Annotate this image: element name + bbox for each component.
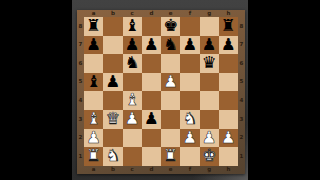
square-h4[interactable] xyxy=(219,91,238,110)
square-b2[interactable] xyxy=(103,129,122,148)
square-f6[interactable] xyxy=(180,54,199,73)
square-b6[interactable] xyxy=(103,54,122,73)
square-e2[interactable] xyxy=(161,129,180,148)
square-g4[interactable] xyxy=(200,91,219,110)
piece-white-king[interactable]: ♚ xyxy=(202,148,217,165)
piece-black-rook[interactable]: ♜ xyxy=(86,18,101,35)
piece-black-pawn[interactable]: ♟ xyxy=(86,36,101,53)
piece-white-queen[interactable]: ♛ xyxy=(105,111,120,128)
rank-label-right-8: 8 xyxy=(238,17,245,36)
rank-label-left-7: 7 xyxy=(77,36,84,55)
square-g7[interactable]: ♟ xyxy=(200,36,219,55)
square-b5[interactable]: ♟ xyxy=(103,73,122,92)
square-e1[interactable]: ♜ xyxy=(161,147,180,166)
piece-black-rook[interactable]: ♜ xyxy=(221,18,236,35)
board-frame-corner xyxy=(238,10,245,17)
square-d4[interactable] xyxy=(142,91,161,110)
square-d6[interactable] xyxy=(142,54,161,73)
file-label-bottom-d: d xyxy=(142,166,161,174)
square-f8[interactable] xyxy=(180,17,199,36)
square-f1[interactable] xyxy=(180,147,199,166)
piece-black-bishop[interactable]: ♝ xyxy=(125,18,140,35)
rank-label-left-4: 4 xyxy=(77,91,84,110)
square-b4[interactable] xyxy=(103,91,122,110)
piece-white-rook[interactable]: ♜ xyxy=(163,148,178,165)
board-frame-corner xyxy=(238,166,245,174)
piece-black-pawn[interactable]: ♟ xyxy=(182,36,197,53)
piece-black-pawn[interactable]: ♟ xyxy=(105,73,120,90)
rank-label-right-2: 2 xyxy=(238,129,245,148)
square-h6[interactable] xyxy=(219,54,238,73)
square-b8[interactable] xyxy=(103,17,122,36)
square-d3[interactable]: ♟ xyxy=(142,110,161,129)
square-c8[interactable]: ♝ xyxy=(123,17,142,36)
square-h1[interactable] xyxy=(219,147,238,166)
file-label-top-f: f xyxy=(180,10,199,17)
piece-black-knight[interactable]: ♞ xyxy=(125,55,140,72)
square-f7[interactable]: ♟ xyxy=(180,36,199,55)
piece-white-pawn[interactable]: ♟ xyxy=(86,129,101,146)
piece-white-rook[interactable]: ♜ xyxy=(86,148,101,165)
file-label-bottom-e: e xyxy=(161,166,180,174)
piece-black-pawn[interactable]: ♟ xyxy=(144,36,159,53)
piece-white-pawn[interactable]: ♟ xyxy=(221,129,236,146)
square-c3[interactable]: ♟ xyxy=(123,110,142,129)
file-label-top-b: b xyxy=(103,10,122,17)
piece-black-pawn[interactable]: ♟ xyxy=(125,36,140,53)
board-frame-corner xyxy=(77,166,84,174)
square-e3[interactable] xyxy=(161,110,180,129)
square-d7[interactable]: ♟ xyxy=(142,36,161,55)
square-c7[interactable]: ♟ xyxy=(123,36,142,55)
square-f2[interactable]: ♟ xyxy=(180,129,199,148)
square-e8[interactable]: ♚ xyxy=(161,17,180,36)
square-a8[interactable]: ♜ xyxy=(84,17,103,36)
square-a2[interactable]: ♟ xyxy=(84,129,103,148)
square-g5[interactable] xyxy=(200,73,219,92)
square-e5[interactable]: ♟ xyxy=(161,73,180,92)
square-h8[interactable]: ♜ xyxy=(219,17,238,36)
square-f3[interactable]: ♞ xyxy=(180,110,199,129)
piece-white-knight[interactable]: ♞ xyxy=(182,111,197,128)
piece-black-knight[interactable]: ♞ xyxy=(163,36,178,53)
rank-label-left-6: 6 xyxy=(77,54,84,73)
piece-white-knight[interactable]: ♞ xyxy=(105,148,120,165)
square-g3[interactable] xyxy=(200,110,219,129)
square-a1[interactable]: ♜ xyxy=(84,147,103,166)
square-d8[interactable] xyxy=(142,17,161,36)
piece-white-pawn[interactable]: ♟ xyxy=(202,129,217,146)
video-background: abcdefgh8♜♝♚♜87♟♟♟♞♟♟♟76♞♛65♝♟♟54♝43♝♛♟♟… xyxy=(72,0,248,180)
file-label-bottom-c: c xyxy=(123,166,142,174)
square-c5[interactable] xyxy=(123,73,142,92)
square-a4[interactable] xyxy=(84,91,103,110)
file-label-bottom-f: f xyxy=(180,166,199,174)
square-b1[interactable]: ♞ xyxy=(103,147,122,166)
square-e6[interactable] xyxy=(161,54,180,73)
square-c6[interactable]: ♞ xyxy=(123,54,142,73)
square-e7[interactable]: ♞ xyxy=(161,36,180,55)
chess-board: abcdefgh8♜♝♚♜87♟♟♟♞♟♟♟76♞♛65♝♟♟54♝43♝♛♟♟… xyxy=(77,10,245,174)
piece-black-pawn[interactable]: ♟ xyxy=(221,36,236,53)
square-g6[interactable]: ♛ xyxy=(200,54,219,73)
square-g8[interactable] xyxy=(200,17,219,36)
square-d1[interactable] xyxy=(142,147,161,166)
rank-label-right-6: 6 xyxy=(238,54,245,73)
rank-label-right-1: 1 xyxy=(238,147,245,166)
square-h2[interactable]: ♟ xyxy=(219,129,238,148)
file-label-bottom-h: h xyxy=(219,166,238,174)
rank-label-right-7: 7 xyxy=(238,36,245,55)
square-b3[interactable]: ♛ xyxy=(103,110,122,129)
file-label-top-g: g xyxy=(200,10,219,17)
square-g2[interactable]: ♟ xyxy=(200,129,219,148)
file-label-bottom-b: b xyxy=(103,166,122,174)
file-label-bottom-g: g xyxy=(200,166,219,174)
square-b7[interactable] xyxy=(103,36,122,55)
board-frame-corner xyxy=(77,10,84,17)
square-d2[interactable] xyxy=(142,129,161,148)
rank-label-left-3: 3 xyxy=(77,110,84,129)
square-h5[interactable] xyxy=(219,73,238,92)
square-c1[interactable] xyxy=(123,147,142,166)
square-a6[interactable] xyxy=(84,54,103,73)
piece-white-bishop[interactable]: ♝ xyxy=(125,92,140,109)
square-f5[interactable] xyxy=(180,73,199,92)
file-label-bottom-a: a xyxy=(84,166,103,174)
piece-black-king[interactable]: ♚ xyxy=(163,18,178,35)
piece-black-pawn[interactable]: ♟ xyxy=(202,36,217,53)
square-d5[interactable] xyxy=(142,73,161,92)
piece-white-pawn[interactable]: ♟ xyxy=(182,129,197,146)
piece-black-pawn[interactable]: ♟ xyxy=(144,111,159,128)
square-h7[interactable]: ♟ xyxy=(219,36,238,55)
square-h3[interactable] xyxy=(219,110,238,129)
rank-label-right-3: 3 xyxy=(238,110,245,129)
square-a3[interactable]: ♝ xyxy=(84,110,103,129)
square-c2[interactable] xyxy=(123,129,142,148)
piece-black-bishop[interactable]: ♝ xyxy=(86,73,101,90)
square-c4[interactable]: ♝ xyxy=(123,91,142,110)
square-e4[interactable] xyxy=(161,91,180,110)
rank-label-left-8: 8 xyxy=(77,17,84,36)
piece-white-pawn[interactable]: ♟ xyxy=(125,111,140,128)
piece-white-bishop[interactable]: ♝ xyxy=(86,111,101,128)
rank-label-right-5: 5 xyxy=(238,73,245,92)
rank-label-left-1: 1 xyxy=(77,147,84,166)
rank-label-right-4: 4 xyxy=(238,91,245,110)
square-f4[interactable] xyxy=(180,91,199,110)
piece-white-pawn[interactable]: ♟ xyxy=(163,73,178,90)
square-a7[interactable]: ♟ xyxy=(84,36,103,55)
rank-label-left-2: 2 xyxy=(77,129,84,148)
square-a5[interactable]: ♝ xyxy=(84,73,103,92)
rank-label-left-5: 5 xyxy=(77,73,84,92)
file-label-top-d: d xyxy=(142,10,161,17)
piece-black-queen[interactable]: ♛ xyxy=(202,55,217,72)
square-g1[interactable]: ♚ xyxy=(200,147,219,166)
